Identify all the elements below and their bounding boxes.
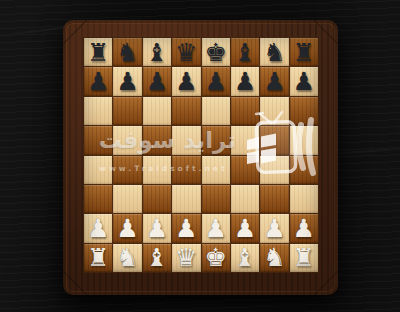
square-e1[interactable]: ♚ [202,244,230,272]
square-e2[interactable]: ♟ [202,214,230,242]
square-d5[interactable] [172,126,200,154]
piece-white-king[interactable]: ♚ [204,245,226,270]
square-d2[interactable]: ♟ [172,214,200,242]
chess-board[interactable]: ♜♞♝♛♚♝♞♜♟♟♟♟♟♟♟♟♟♟♟♟♟♟♟♟♜♞♝♛♚♝♞♜ [83,37,319,273]
square-h2[interactable]: ♟ [290,214,318,242]
square-c2[interactable]: ♟ [143,214,171,242]
square-e4[interactable] [202,156,230,184]
piece-white-knight[interactable]: ♞ [263,245,285,270]
square-g5[interactable] [260,126,288,154]
square-h6[interactable] [290,97,318,125]
square-f1[interactable]: ♝ [231,244,259,272]
piece-black-bishop[interactable]: ♝ [146,40,168,65]
square-g7[interactable]: ♟ [260,67,288,95]
piece-black-pawn[interactable]: ♟ [263,69,285,94]
piece-black-king[interactable]: ♚ [204,40,226,65]
piece-black-pawn[interactable]: ♟ [234,69,256,94]
square-a7[interactable]: ♟ [84,67,112,95]
app-background: ♜♞♝♛♚♝♞♜♟♟♟♟♟♟♟♟♟♟♟♟♟♟♟♟♜♞♝♛♚♝♞♜ ترايد س… [0,0,400,312]
piece-white-pawn[interactable]: ♟ [234,216,256,241]
piece-black-pawn[interactable]: ♟ [204,69,226,94]
square-b4[interactable] [113,156,141,184]
square-b1[interactable]: ♞ [113,244,141,272]
piece-black-knight[interactable]: ♞ [263,40,285,65]
piece-white-pawn[interactable]: ♟ [293,216,315,241]
square-f4[interactable] [231,156,259,184]
square-b8[interactable]: ♞ [113,38,141,66]
square-g4[interactable] [260,156,288,184]
square-a8[interactable]: ♜ [84,38,112,66]
square-d1[interactable]: ♛ [172,244,200,272]
chess-board-frame: ♜♞♝♛♚♝♞♜♟♟♟♟♟♟♟♟♟♟♟♟♟♟♟♟♜♞♝♛♚♝♞♜ [63,20,338,295]
square-f8[interactable]: ♝ [231,38,259,66]
square-d8[interactable]: ♛ [172,38,200,66]
piece-white-pawn[interactable]: ♟ [87,216,109,241]
piece-black-pawn[interactable]: ♟ [146,69,168,94]
square-h4[interactable] [290,156,318,184]
piece-black-pawn[interactable]: ♟ [175,69,197,94]
piece-black-pawn[interactable]: ♟ [116,69,138,94]
square-b6[interactable] [113,97,141,125]
square-b3[interactable] [113,185,141,213]
square-d6[interactable] [172,97,200,125]
piece-white-pawn[interactable]: ♟ [263,216,285,241]
frame-miter [63,271,87,295]
square-d4[interactable] [172,156,200,184]
square-c8[interactable]: ♝ [143,38,171,66]
square-g2[interactable]: ♟ [260,214,288,242]
square-f5[interactable] [231,126,259,154]
piece-white-bishop[interactable]: ♝ [234,245,256,270]
square-e8[interactable]: ♚ [202,38,230,66]
square-g3[interactable] [260,185,288,213]
square-g6[interactable] [260,97,288,125]
square-h7[interactable]: ♟ [290,67,318,95]
piece-black-rook[interactable]: ♜ [87,40,109,65]
piece-white-queen[interactable]: ♛ [175,245,197,270]
square-g8[interactable]: ♞ [260,38,288,66]
square-b7[interactable]: ♟ [113,67,141,95]
square-f7[interactable]: ♟ [231,67,259,95]
piece-black-pawn[interactable]: ♟ [87,69,109,94]
square-a3[interactable] [84,185,112,213]
piece-black-pawn[interactable]: ♟ [293,69,315,94]
piece-white-pawn[interactable]: ♟ [146,216,168,241]
square-f6[interactable] [231,97,259,125]
piece-white-pawn[interactable]: ♟ [116,216,138,241]
square-g1[interactable]: ♞ [260,244,288,272]
piece-white-rook[interactable]: ♜ [293,245,315,270]
piece-black-rook[interactable]: ♜ [293,40,315,65]
square-e7[interactable]: ♟ [202,67,230,95]
piece-black-knight[interactable]: ♞ [116,40,138,65]
piece-white-pawn[interactable]: ♟ [175,216,197,241]
square-a5[interactable] [84,126,112,154]
square-c4[interactable] [143,156,171,184]
square-d7[interactable]: ♟ [172,67,200,95]
square-e3[interactable] [202,185,230,213]
piece-white-pawn[interactable]: ♟ [204,216,226,241]
square-b5[interactable] [113,126,141,154]
piece-white-bishop[interactable]: ♝ [146,245,168,270]
square-h3[interactable] [290,185,318,213]
square-a1[interactable]: ♜ [84,244,112,272]
square-h5[interactable] [290,126,318,154]
square-h1[interactable]: ♜ [290,244,318,272]
square-f2[interactable]: ♟ [231,214,259,242]
piece-white-knight[interactable]: ♞ [116,245,138,270]
square-e6[interactable] [202,97,230,125]
piece-black-bishop[interactable]: ♝ [234,40,256,65]
piece-black-queen[interactable]: ♛ [175,40,197,65]
frame-miter [314,271,338,295]
square-b2[interactable]: ♟ [113,214,141,242]
square-a2[interactable]: ♟ [84,214,112,242]
square-a4[interactable] [84,156,112,184]
square-c7[interactable]: ♟ [143,67,171,95]
square-a6[interactable] [84,97,112,125]
square-e5[interactable] [202,126,230,154]
square-c6[interactable] [143,97,171,125]
piece-white-rook[interactable]: ♜ [87,245,109,270]
square-c1[interactable]: ♝ [143,244,171,272]
square-h8[interactable]: ♜ [290,38,318,66]
square-c5[interactable] [143,126,171,154]
square-d3[interactable] [172,185,200,213]
square-c3[interactable] [143,185,171,213]
square-f3[interactable] [231,185,259,213]
